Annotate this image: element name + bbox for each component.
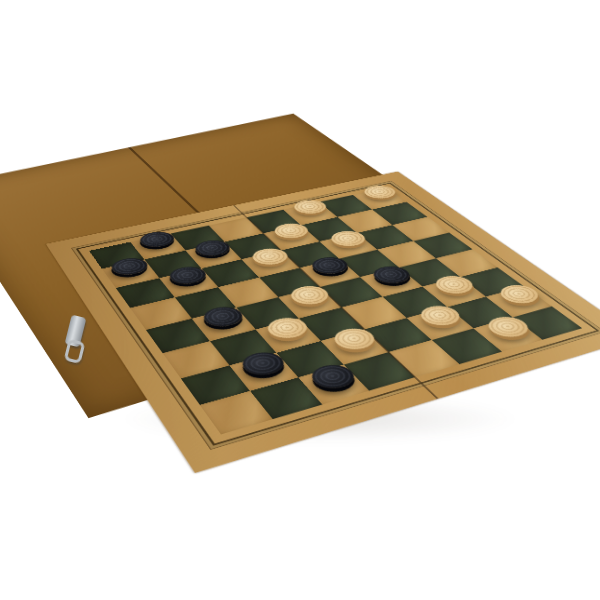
product-photo-stage bbox=[0, 0, 600, 600]
checker-dark[interactable] bbox=[198, 304, 248, 330]
checkers-board bbox=[46, 171, 600, 472]
checker-light[interactable] bbox=[429, 273, 479, 296]
square-r8c1[interactable] bbox=[200, 391, 272, 434]
board-grid bbox=[89, 188, 582, 435]
checker-light[interactable] bbox=[359, 184, 401, 201]
